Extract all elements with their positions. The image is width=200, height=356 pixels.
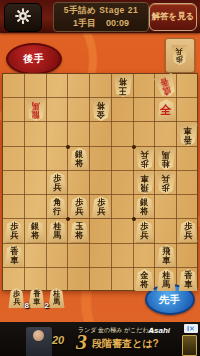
piece-sente-silver-2[interactable]: 銀将	[135, 196, 155, 218]
piece-kanji: 香	[160, 76, 170, 87]
hand-count: 8	[25, 301, 29, 310]
puzzle-type-label: 5手詰め	[64, 5, 96, 15]
shogi-puzzle-app: 5手詰め Stage 21 1手目 00:09 解答を見る 後手 歩兵 王将成香…	[0, 0, 200, 356]
piece-kanji: 馬	[53, 231, 61, 240]
piece-kanji: 兵	[176, 47, 183, 55]
piece-gote-gold[interactable]: 金将	[91, 99, 111, 121]
piece-kanji: 王	[119, 86, 127, 95]
piece-kanji: 兵	[97, 207, 105, 216]
piece-gote-rook[interactable]: 飛車	[135, 172, 155, 194]
move-counter: 1手目	[73, 17, 96, 29]
piece-gote-lance[interactable]: 香車	[178, 124, 198, 146]
piece-kanji: 車	[162, 256, 170, 265]
gear-icon	[14, 7, 32, 29]
hand-count: 2	[45, 301, 49, 310]
piece-sente-lance-1[interactable]: 香車	[4, 245, 24, 267]
ad-person-photo	[26, 327, 52, 356]
piece-kanji: 将	[75, 159, 83, 168]
piece-sente-knight-1[interactable]: 桂馬	[47, 220, 67, 242]
piece-sente-pawn-6[interactable]: 歩兵	[178, 220, 198, 242]
show-answer-label: 解答を見る	[152, 11, 195, 23]
hoshi-point	[132, 145, 136, 149]
piece-kanji: 馬	[32, 101, 40, 110]
piece-kanji: 将	[75, 231, 83, 240]
ad-20-badge: 20	[52, 334, 64, 346]
piece-kanji: 兵	[10, 231, 18, 240]
piece-sente-pawn-1[interactable]: 歩兵	[47, 172, 67, 194]
shogi-board[interactable]: 王将成香龍馬金将全香車銀将歩兵桂馬歩兵飛車歩兵角行歩兵歩兵銀将歩兵銀将桂馬玉将歩…	[2, 73, 198, 291]
piece-kanji: 将	[141, 280, 149, 289]
piece-sente-pawn-5[interactable]: 歩兵	[135, 220, 155, 242]
hoshi-point	[132, 217, 136, 221]
piece-hand-knight[interactable]: 桂馬	[48, 288, 65, 308]
piece-kanji: 馬	[162, 150, 170, 159]
piece-sente-pawn-3[interactable]: 歩兵	[91, 196, 111, 218]
piece-sente-king[interactable]: 玉将	[69, 220, 89, 242]
piece-kanji: 行	[53, 207, 61, 216]
piece-kanji: 龍	[32, 110, 40, 119]
ad-product-image	[182, 335, 197, 356]
piece-sente-gold[interactable]: 金将	[135, 269, 155, 291]
timer: 00:09	[106, 17, 129, 29]
piece-kanji: 歩	[162, 183, 170, 192]
piece-kanji: 兵	[162, 174, 170, 183]
piece-gote-promoted-lance[interactable]: 成香	[153, 73, 179, 100]
piece-gote-horse[interactable]: 龍馬	[26, 99, 46, 121]
ad-small-text: ランダ 金の極み がこだわる	[78, 326, 155, 335]
show-answer-button[interactable]: 解答を見る	[149, 3, 197, 31]
gote-hand-tray: 歩兵	[165, 38, 195, 73]
piece-kanji: 馬	[53, 298, 60, 306]
piece-kanji: 車	[184, 126, 192, 135]
piece-kanji: 歩	[176, 55, 183, 63]
settings-button[interactable]	[4, 3, 42, 32]
ad-info-icon[interactable]: i✕	[184, 324, 198, 333]
piece-sente-pawn-4[interactable]: 歩兵	[4, 220, 24, 242]
gote-label: 後手	[23, 52, 45, 66]
hoshi-point	[66, 217, 70, 221]
piece-kanji: 馬	[162, 280, 170, 289]
piece-kanji: 将	[32, 231, 40, 240]
top-bar: 5手詰め Stage 21 1手目 00:09 解答を見る	[0, 0, 200, 33]
gote-badge: 後手	[6, 43, 62, 75]
piece-kanji: 車	[33, 298, 40, 306]
piece-kanji: 兵	[184, 231, 192, 240]
piece-sente-rook[interactable]: 飛車	[156, 245, 176, 267]
piece-kanji: 金	[97, 110, 105, 119]
piece-kanji: 車	[184, 280, 192, 289]
piece-kanji: 車	[10, 256, 18, 265]
ad-banner[interactable]: 20 ランダ 金の極み がこだわる 3 段階審査とは? Asahi i✕	[0, 322, 200, 356]
piece-kanji: 兵	[141, 231, 149, 240]
sente-label: 先手	[159, 293, 181, 307]
ad-brand-logo: Asahi	[148, 326, 170, 335]
piece-gote-knight[interactable]: 桂馬	[156, 148, 176, 170]
piece-kanji: 兵	[141, 150, 149, 159]
piece-sente-lance-2[interactable]: 香車	[178, 269, 198, 291]
piece-kanji: 将	[119, 77, 127, 86]
piece-hand-lance[interactable]: 香車	[28, 288, 45, 308]
piece-sente-promoted-silver[interactable]: 全	[156, 99, 176, 121]
piece-hand-pawn[interactable]: 歩兵	[171, 45, 188, 65]
piece-kanji: 兵	[75, 207, 83, 216]
piece-kanji: 兵	[53, 183, 61, 192]
piece-gote-king[interactable]: 王将	[113, 75, 133, 97]
piece-sente-silver-3[interactable]: 銀将	[26, 220, 46, 242]
sente-hand-pawn[interactable]: 歩兵8	[8, 288, 25, 308]
ad-big-number: 3	[76, 330, 87, 354]
piece-sente-pawn-2[interactable]: 歩兵	[69, 196, 89, 218]
puzzle-info-panel: 5手詰め Stage 21 1手目 00:09	[53, 2, 149, 32]
piece-sente-bishop[interactable]: 角行	[47, 196, 67, 218]
piece-gote-pawn-1[interactable]: 歩兵	[135, 148, 155, 170]
ad-headline: 段階審査とは?	[92, 337, 159, 351]
piece-kanji: 全	[161, 104, 172, 117]
piece-hand-pawn[interactable]: 歩兵	[8, 288, 25, 308]
piece-kanji: 歩	[141, 159, 149, 168]
piece-kanji: 車	[141, 174, 149, 183]
stage-label: Stage 21	[99, 5, 138, 15]
piece-kanji: 飛	[141, 183, 149, 192]
piece-gote-pawn-2[interactable]: 歩兵	[156, 172, 176, 194]
piece-kanji: 将	[97, 101, 105, 110]
sente-hand-lance[interactable]: 香車2	[28, 288, 45, 308]
hoshi-point	[66, 145, 70, 149]
piece-sente-knight-2[interactable]: 桂馬	[156, 269, 176, 291]
piece-kanji: 兵	[13, 298, 20, 306]
piece-kanji: 将	[141, 207, 149, 216]
sente-hand-knight[interactable]: 桂馬	[48, 288, 65, 308]
piece-sente-silver-1[interactable]: 銀将	[69, 148, 89, 170]
piece-kanji: 桂	[162, 159, 170, 168]
